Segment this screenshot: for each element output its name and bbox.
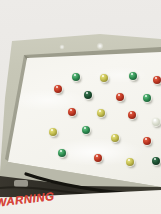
gem-stud	[116, 93, 124, 101]
gem-stud	[94, 154, 102, 162]
cord-clasp	[14, 180, 28, 187]
gem-stud	[49, 128, 57, 136]
gem-stud	[143, 94, 151, 102]
tray-rim-shadow-left	[0, 0, 161, 214]
stud-card	[0, 0, 161, 214]
gem-stud	[129, 72, 137, 80]
gem-stud	[97, 109, 105, 117]
gem-stud	[100, 74, 108, 82]
gem-stud	[153, 76, 161, 84]
gem-stud	[126, 158, 134, 166]
stud-layer	[0, 0, 161, 214]
cord-overlay	[0, 0, 161, 214]
gem-stud	[111, 134, 119, 142]
gem-stud	[82, 126, 90, 134]
gem-stud	[143, 137, 151, 145]
display-box-tray	[0, 0, 161, 214]
gem-stud	[84, 91, 92, 99]
gem-stud	[152, 157, 160, 165]
gem-stud	[54, 85, 62, 93]
gem-stud	[72, 73, 80, 81]
photo-backdrop	[0, 0, 161, 214]
tray-rim-shadow-top	[0, 0, 161, 214]
warning-text: WARNING	[0, 190, 55, 209]
product-photo: WARNING	[0, 0, 161, 214]
tray-front-wall	[0, 0, 161, 214]
shadow-gap	[0, 0, 161, 214]
gem-stud	[58, 149, 66, 157]
packaging-warning-strip	[0, 0, 161, 214]
gem-stud	[152, 118, 160, 126]
gem-stud	[68, 108, 76, 116]
gem-stud	[128, 111, 136, 119]
card-glare	[0, 0, 161, 214]
glare-spot	[0, 0, 161, 214]
